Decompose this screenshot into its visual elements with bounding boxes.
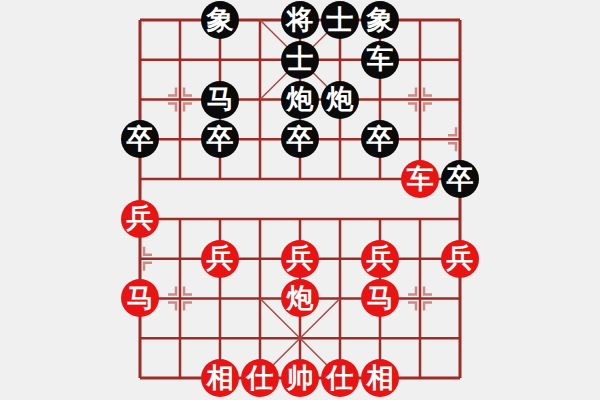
piece-red-soldier[interactable]: 兵 (281, 240, 319, 278)
piece-red-soldier[interactable]: 兵 (121, 200, 159, 238)
xiangqi-board: 象将士象士车马炮炮卒卒卒卒车卒兵兵兵兵兵马炮马相仕帅仕相 (0, 0, 600, 400)
piece-black-soldier[interactable]: 卒 (201, 120, 239, 158)
piece-red-elephant[interactable]: 相 (361, 359, 399, 397)
piece-red-elephant[interactable]: 相 (201, 359, 239, 397)
piece-red-advisor[interactable]: 仕 (321, 359, 359, 397)
piece-red-soldier[interactable]: 兵 (361, 240, 399, 278)
piece-black-advisor[interactable]: 士 (281, 41, 319, 79)
piece-black-soldier[interactable]: 卒 (281, 120, 319, 158)
piece-black-elephant[interactable]: 象 (361, 1, 399, 39)
piece-black-elephant[interactable]: 象 (201, 1, 239, 39)
piece-black-soldier[interactable]: 卒 (361, 120, 399, 158)
piece-red-horse[interactable]: 马 (361, 279, 399, 317)
piece-red-soldier[interactable]: 兵 (201, 240, 239, 278)
piece-black-horse[interactable]: 马 (201, 81, 239, 119)
piece-black-general[interactable]: 将 (281, 1, 319, 39)
piece-black-soldier[interactable]: 卒 (441, 160, 479, 198)
piece-red-chariot[interactable]: 车 (401, 160, 439, 198)
piece-black-cannon[interactable]: 炮 (281, 81, 319, 119)
piece-red-advisor[interactable]: 仕 (241, 359, 279, 397)
piece-red-soldier[interactable]: 兵 (441, 240, 479, 278)
piece-red-cannon[interactable]: 炮 (281, 279, 319, 317)
piece-red-horse[interactable]: 马 (121, 279, 159, 317)
piece-black-advisor[interactable]: 士 (321, 1, 359, 39)
piece-red-general[interactable]: 帅 (281, 359, 319, 397)
piece-black-soldier[interactable]: 卒 (121, 120, 159, 158)
piece-black-cannon[interactable]: 炮 (321, 81, 359, 119)
piece-black-chariot[interactable]: 车 (361, 41, 399, 79)
